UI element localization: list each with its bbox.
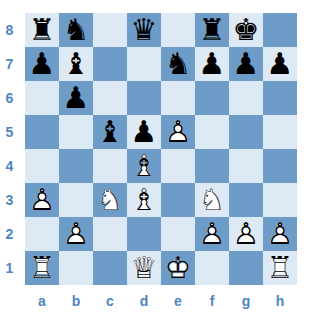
black-rook-icon: ♜ (29, 13, 56, 47)
piece-white-king-e1[interactable]: ♚♔ (161, 251, 195, 285)
piece-black-pawn-d5[interactable]: ♟ (127, 115, 161, 149)
square-h5[interactable] (263, 115, 297, 149)
square-h1[interactable]: ♜♖ (263, 251, 297, 285)
black-knight-icon: ♞ (165, 47, 192, 81)
rank-label-3: 3 (0, 183, 25, 217)
square-h2[interactable]: ♟♙ (263, 217, 297, 251)
white-pawn-icon: ♙ (165, 115, 192, 149)
white-pawn-icon: ♙ (267, 217, 294, 251)
black-pawn-icon: ♟ (233, 47, 260, 81)
square-c1[interactable] (93, 251, 127, 285)
square-d1[interactable]: ♛♕ (127, 251, 161, 285)
file-coordinates: abcdefgh (25, 290, 297, 312)
piece-white-pawn-a3[interactable]: ♟♙ (25, 183, 59, 217)
square-c5[interactable]: ♝ (93, 115, 127, 149)
rank-label-1: 1 (0, 251, 25, 285)
square-f7[interactable]: ♟ (195, 47, 229, 81)
square-c4[interactable] (93, 149, 127, 183)
black-bishop-icon: ♝ (97, 115, 124, 149)
square-f4[interactable] (195, 149, 229, 183)
square-e6[interactable] (161, 81, 195, 115)
piece-black-rook-f8[interactable]: ♜ (195, 13, 229, 47)
square-e5[interactable]: ♟♙ (161, 115, 195, 149)
square-h4[interactable] (263, 149, 297, 183)
black-queen-icon: ♛ (131, 13, 158, 47)
square-a8[interactable]: ♜ (25, 13, 59, 47)
black-pawn-icon: ♟ (63, 81, 90, 115)
piece-black-king-g8[interactable]: ♚ (229, 13, 263, 47)
square-a2[interactable] (25, 217, 59, 251)
file-label-c: c (93, 290, 127, 312)
square-g8[interactable]: ♚ (229, 13, 263, 47)
square-g1[interactable] (229, 251, 263, 285)
square-g6[interactable] (229, 81, 263, 115)
rank-label-4: 4 (0, 149, 25, 183)
square-h6[interactable] (263, 81, 297, 115)
black-pawn-icon: ♟ (29, 47, 56, 81)
square-g2[interactable]: ♟♙ (229, 217, 263, 251)
piece-white-pawn-h2[interactable]: ♟♙ (263, 217, 297, 251)
square-a7[interactable]: ♟ (25, 47, 59, 81)
rank-label-6: 6 (0, 81, 25, 115)
chess-diagram: 87654321 ♜♞♛♜♚♟♝♞♟♟♟♟♝♟♟♙♝♗♟♙♞♘♝♗♞♘♟♙♟♙♟… (0, 0, 320, 320)
black-bishop-icon: ♝ (63, 47, 90, 81)
square-b7[interactable]: ♝ (59, 47, 93, 81)
rank-label-7: 7 (0, 47, 25, 81)
piece-black-bishop-c5[interactable]: ♝ (93, 115, 127, 149)
piece-black-knight-e7[interactable]: ♞ (161, 47, 195, 81)
square-f8[interactable]: ♜ (195, 13, 229, 47)
white-pawn-icon: ♙ (233, 217, 260, 251)
rank-coordinates: 87654321 (0, 13, 25, 285)
white-pawn-icon: ♙ (63, 217, 90, 251)
white-knight-icon: ♘ (199, 183, 226, 217)
square-b4[interactable] (59, 149, 93, 183)
square-b6[interactable]: ♟ (59, 81, 93, 115)
piece-white-pawn-b2[interactable]: ♟♙ (59, 217, 93, 251)
square-e7[interactable]: ♞ (161, 47, 195, 81)
square-g3[interactable] (229, 183, 263, 217)
piece-white-pawn-f2[interactable]: ♟♙ (195, 217, 229, 251)
square-d8[interactable]: ♛ (127, 13, 161, 47)
white-pawn-icon: ♙ (199, 217, 226, 251)
rank-label-2: 2 (0, 217, 25, 251)
piece-black-bishop-b7[interactable]: ♝ (59, 47, 93, 81)
file-label-d: d (127, 290, 161, 312)
file-label-g: g (229, 290, 263, 312)
square-f2[interactable]: ♟♙ (195, 217, 229, 251)
piece-black-knight-b8[interactable]: ♞ (59, 13, 93, 47)
file-label-e: e (161, 290, 195, 312)
square-e8[interactable] (161, 13, 195, 47)
square-f1[interactable] (195, 251, 229, 285)
square-b1[interactable] (59, 251, 93, 285)
black-king-icon: ♚ (233, 13, 260, 47)
square-h3[interactable] (263, 183, 297, 217)
piece-white-rook-h1[interactable]: ♜♖ (263, 251, 297, 285)
square-e3[interactable] (161, 183, 195, 217)
square-h8[interactable] (263, 13, 297, 47)
white-bishop-icon: ♗ (131, 183, 158, 217)
piece-white-knight-f3[interactable]: ♞♘ (195, 183, 229, 217)
black-rook-icon: ♜ (199, 13, 226, 47)
square-e4[interactable] (161, 149, 195, 183)
white-bishop-icon: ♗ (131, 149, 158, 183)
white-rook-icon: ♖ (267, 251, 294, 285)
square-g4[interactable] (229, 149, 263, 183)
piece-white-pawn-e5[interactable]: ♟♙ (161, 115, 195, 149)
square-d7[interactable] (127, 47, 161, 81)
file-label-f: f (195, 290, 229, 312)
square-d6[interactable] (127, 81, 161, 115)
square-a6[interactable] (25, 81, 59, 115)
white-rook-icon: ♖ (29, 251, 56, 285)
piece-black-pawn-g7[interactable]: ♟ (229, 47, 263, 81)
square-a4[interactable] (25, 149, 59, 183)
square-f3[interactable]: ♞♘ (195, 183, 229, 217)
piece-white-rook-a1[interactable]: ♜♖ (25, 251, 59, 285)
square-f5[interactable] (195, 115, 229, 149)
square-a3[interactable]: ♟♙ (25, 183, 59, 217)
square-e2[interactable] (161, 217, 195, 251)
square-c2[interactable] (93, 217, 127, 251)
square-b5[interactable] (59, 115, 93, 149)
white-pawn-icon: ♙ (29, 183, 56, 217)
black-pawn-icon: ♟ (199, 47, 226, 81)
square-d4[interactable]: ♝♗ (127, 149, 161, 183)
square-b8[interactable]: ♞ (59, 13, 93, 47)
piece-black-queen-d8[interactable]: ♛ (127, 13, 161, 47)
square-b3[interactable] (59, 183, 93, 217)
piece-black-pawn-f7[interactable]: ♟ (195, 47, 229, 81)
black-pawn-icon: ♟ (267, 47, 294, 81)
piece-white-bishop-d4[interactable]: ♝♗ (127, 149, 161, 183)
square-h7[interactable]: ♟ (263, 47, 297, 81)
square-d5[interactable]: ♟ (127, 115, 161, 149)
piece-white-bishop-d3[interactable]: ♝♗ (127, 183, 161, 217)
piece-black-pawn-b6[interactable]: ♟ (59, 81, 93, 115)
square-a5[interactable] (25, 115, 59, 149)
square-a1[interactable]: ♜♖ (25, 251, 59, 285)
square-c8[interactable] (93, 13, 127, 47)
black-knight-icon: ♞ (63, 13, 90, 47)
piece-black-pawn-h7[interactable]: ♟ (263, 47, 297, 81)
file-label-h: h (263, 290, 297, 312)
square-g5[interactable] (229, 115, 263, 149)
black-pawn-icon: ♟ (131, 115, 158, 149)
square-d2[interactable] (127, 217, 161, 251)
square-g7[interactable]: ♟ (229, 47, 263, 81)
square-d3[interactable]: ♝♗ (127, 183, 161, 217)
square-b2[interactable]: ♟♙ (59, 217, 93, 251)
file-label-a: a (25, 290, 59, 312)
piece-white-pawn-g2[interactable]: ♟♙ (229, 217, 263, 251)
white-king-icon: ♔ (165, 251, 192, 285)
square-c6[interactable] (93, 81, 127, 115)
rank-label-8: 8 (0, 13, 25, 47)
white-knight-icon: ♘ (97, 183, 124, 217)
chess-board: ♜♞♛♜♚♟♝♞♟♟♟♟♝♟♟♙♝♗♟♙♞♘♝♗♞♘♟♙♟♙♟♙♟♙♜♖♛♕♚♔… (25, 13, 297, 285)
square-f6[interactable] (195, 81, 229, 115)
piece-white-knight-c3[interactable]: ♞♘ (93, 183, 127, 217)
piece-white-queen-d1[interactable]: ♛♕ (127, 251, 161, 285)
piece-black-pawn-a7[interactable]: ♟ (25, 47, 59, 81)
square-e1[interactable]: ♚♔ (161, 251, 195, 285)
file-label-b: b (59, 290, 93, 312)
rank-label-5: 5 (0, 115, 25, 149)
square-c3[interactable]: ♞♘ (93, 183, 127, 217)
square-c7[interactable] (93, 47, 127, 81)
piece-black-rook-a8[interactable]: ♜ (25, 13, 59, 47)
white-queen-icon: ♕ (131, 251, 158, 285)
